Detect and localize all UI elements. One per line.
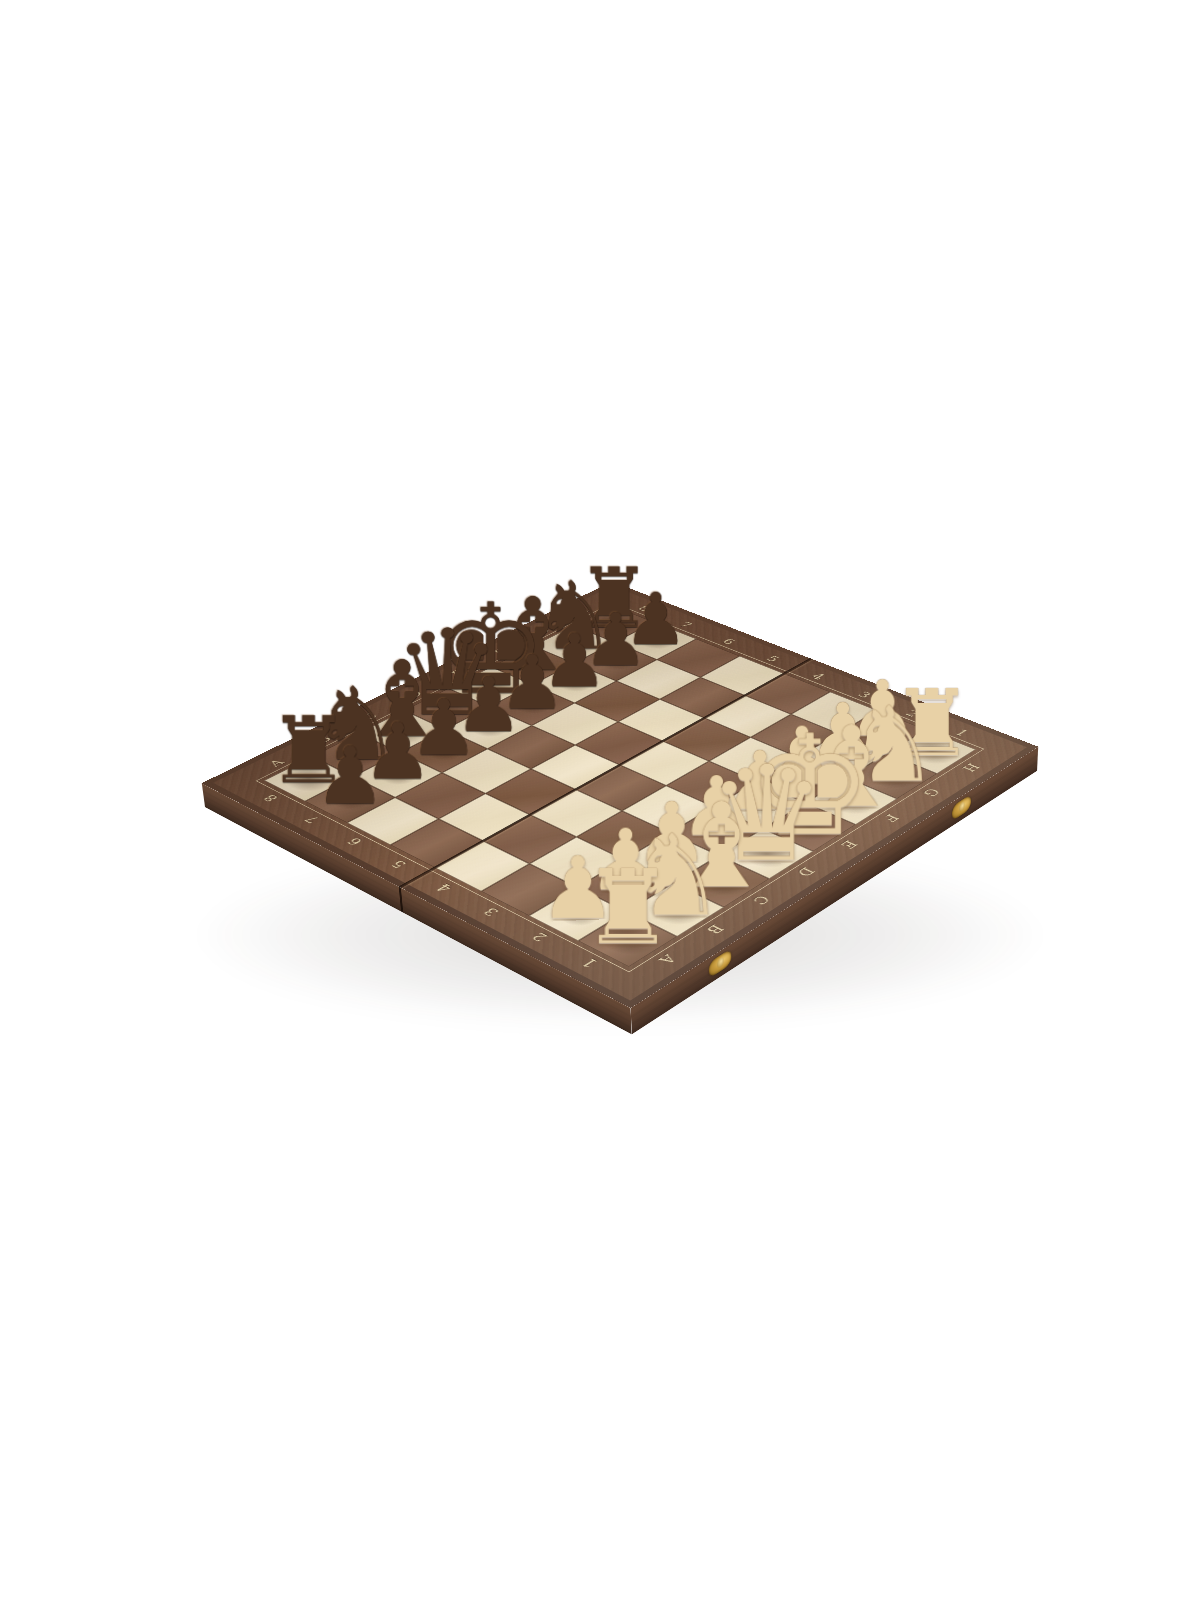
screenshot-root: 8877665544332211HHGGFFEEDDCCBBAA ♜♞♝♛♚♝♞… — [0, 0, 1200, 1600]
black-pawn-a7: ♟ — [274, 736, 426, 815]
